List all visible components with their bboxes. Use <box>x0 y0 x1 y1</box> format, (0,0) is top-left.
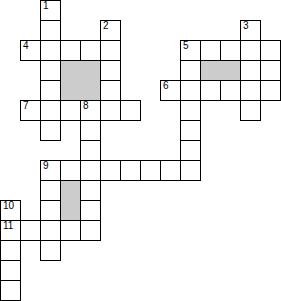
cell-r3c13[interactable] <box>260 60 281 81</box>
cell-r7c9[interactable] <box>180 140 201 161</box>
cell-r3c2[interactable] <box>40 60 61 81</box>
cell-r9c2[interactable] <box>40 180 61 201</box>
cell-r2c13[interactable] <box>260 40 281 61</box>
clue-number-9: 9 <box>43 161 49 170</box>
cell-r11c0[interactable]: 11 <box>0 220 21 241</box>
cell-r1c5[interactable]: 2 <box>100 20 121 41</box>
cell-r5c9[interactable] <box>180 100 201 121</box>
cell-r0c2[interactable]: 1 <box>40 0 61 21</box>
cell-r11c2[interactable] <box>40 220 61 241</box>
cell-r2c9[interactable]: 5 <box>180 40 201 61</box>
cell-r5c4[interactable]: 8 <box>80 100 101 121</box>
blocked-region <box>60 180 81 221</box>
cell-r1c2[interactable] <box>40 20 61 41</box>
cell-r4c9[interactable] <box>180 80 201 101</box>
cell-r4c10[interactable] <box>200 80 221 101</box>
cell-r4c2[interactable] <box>40 80 61 101</box>
cell-r9c4[interactable] <box>80 180 101 201</box>
cell-r7c4[interactable] <box>80 140 101 161</box>
clue-number-11: 11 <box>3 221 13 230</box>
cell-r6c4[interactable] <box>80 120 101 141</box>
cell-r2c1[interactable]: 4 <box>20 40 41 61</box>
cell-r5c6[interactable] <box>120 100 141 121</box>
clue-number-2: 2 <box>103 21 109 30</box>
cell-r2c11[interactable] <box>220 40 241 61</box>
cell-r8c3[interactable] <box>60 160 81 181</box>
cell-r12c2[interactable] <box>40 240 61 261</box>
cell-r5c2[interactable] <box>40 100 61 121</box>
cell-r8c7[interactable] <box>140 160 161 181</box>
cell-r10c2[interactable] <box>40 200 61 221</box>
cell-r2c2[interactable] <box>40 40 61 61</box>
cell-r5c5[interactable] <box>100 100 121 121</box>
cell-r4c8[interactable]: 6 <box>160 80 181 101</box>
clue-number-10: 10 <box>3 201 14 210</box>
cell-r8c6[interactable] <box>120 160 141 181</box>
cell-r11c3[interactable] <box>60 220 81 241</box>
cell-r13c0[interactable] <box>0 260 21 281</box>
cell-r6c9[interactable] <box>180 120 201 141</box>
cell-r4c5[interactable] <box>100 80 121 101</box>
clue-number-5: 5 <box>183 41 189 50</box>
cell-r11c4[interactable] <box>80 220 101 241</box>
blocked-region <box>200 60 241 81</box>
cell-r3c9[interactable] <box>180 60 201 81</box>
cell-r3c12[interactable] <box>240 60 261 81</box>
cell-r8c5[interactable] <box>100 160 121 181</box>
cell-r5c12[interactable] <box>240 100 261 121</box>
cell-r6c2[interactable] <box>40 120 61 141</box>
cell-r2c3[interactable] <box>60 40 81 61</box>
cell-r4c12[interactable] <box>240 80 261 101</box>
cell-r2c5[interactable] <box>100 40 121 61</box>
cell-r11c1[interactable] <box>20 220 41 241</box>
clue-number-1: 1 <box>43 1 49 10</box>
cell-r3c5[interactable] <box>100 60 121 81</box>
cell-r4c13[interactable] <box>260 80 281 101</box>
cell-r5c1[interactable]: 7 <box>20 100 41 121</box>
cell-r14c0[interactable] <box>0 280 21 301</box>
cell-r2c4[interactable] <box>80 40 101 61</box>
cell-r1c12[interactable]: 3 <box>240 20 261 41</box>
cell-r2c12[interactable] <box>240 40 261 61</box>
cell-r8c8[interactable] <box>160 160 181 181</box>
cell-r8c4[interactable] <box>80 160 101 181</box>
cell-r10c4[interactable] <box>80 200 101 221</box>
cell-r10c0[interactable]: 10 <box>0 200 21 221</box>
clue-number-6: 6 <box>163 81 169 90</box>
cell-r2c10[interactable] <box>200 40 221 61</box>
blocked-region <box>60 60 101 101</box>
clue-number-7: 7 <box>23 101 29 110</box>
clue-number-4: 4 <box>23 41 29 50</box>
cell-r8c2[interactable]: 9 <box>40 160 61 181</box>
cell-r8c9[interactable] <box>180 160 201 181</box>
crossword-grid: 1234567891011 <box>0 0 281 301</box>
cell-r12c0[interactable] <box>0 240 21 261</box>
clue-number-8: 8 <box>83 101 89 110</box>
clue-number-3: 3 <box>243 21 249 30</box>
cell-r5c3[interactable] <box>60 100 81 121</box>
cell-r4c11[interactable] <box>220 80 241 101</box>
